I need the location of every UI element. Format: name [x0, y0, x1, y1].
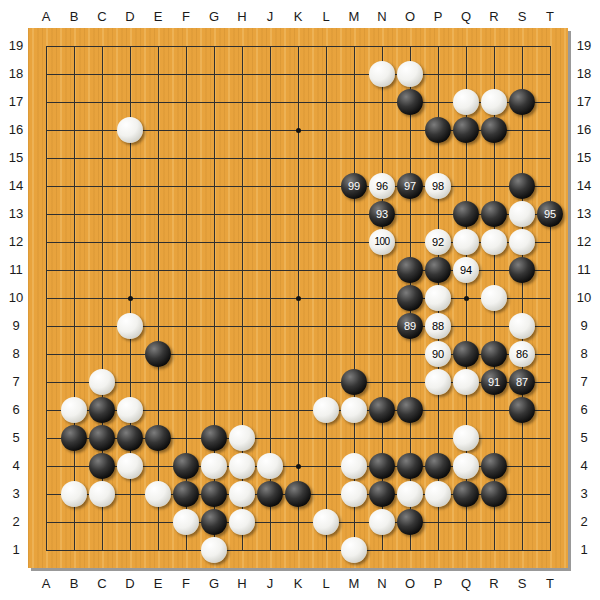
row-label-left-14: 14	[4, 178, 28, 194]
col-label-bottom-M: M	[340, 576, 368, 592]
stone-black-R7: 91	[481, 369, 507, 395]
row-label-right-13: 13	[572, 206, 596, 222]
stone-white-P9: 88	[425, 313, 451, 339]
col-label-bottom-K: K	[284, 576, 312, 592]
col-label-top-C: C	[88, 9, 116, 25]
stone-black-M7	[341, 369, 367, 395]
row-label-left-12: 12	[4, 234, 28, 250]
row-label-left-19: 19	[4, 38, 28, 54]
move-number-label-S7: 87	[516, 377, 528, 388]
row-label-right-11: 11	[572, 262, 596, 278]
col-label-top-N: N	[368, 9, 396, 25]
col-label-bottom-C: C	[88, 576, 116, 592]
stone-white-N2	[369, 509, 395, 535]
stone-white-C7	[89, 369, 115, 395]
stone-black-O2	[397, 509, 423, 535]
move-number-label-N12: 100	[374, 237, 389, 247]
col-label-bottom-G: G	[200, 576, 228, 592]
stone-white-B3	[61, 481, 87, 507]
row-label-left-18: 18	[4, 66, 28, 82]
stone-white-L6	[313, 397, 339, 423]
col-label-top-G: G	[200, 9, 228, 25]
stone-black-O4	[397, 453, 423, 479]
stone-white-G4	[201, 453, 227, 479]
stone-black-Q3	[453, 481, 479, 507]
stone-white-B6	[61, 397, 87, 423]
stone-white-M3	[341, 481, 367, 507]
stone-white-P8: 90	[425, 341, 451, 367]
stone-black-P16	[425, 117, 451, 143]
col-label-top-H: H	[228, 9, 256, 25]
stone-black-G3	[201, 481, 227, 507]
col-label-top-F: F	[172, 9, 200, 25]
grid-line-col-L	[326, 46, 327, 551]
row-label-left-3: 3	[4, 486, 28, 502]
stone-black-O11	[397, 257, 423, 283]
stone-white-D16	[117, 117, 143, 143]
stone-white-Q11: 94	[453, 257, 479, 283]
stone-black-T13: 95	[537, 201, 563, 227]
row-label-left-8: 8	[4, 346, 28, 362]
stone-white-C3	[89, 481, 115, 507]
row-label-left-11: 11	[4, 262, 28, 278]
star-point-K10	[296, 296, 301, 301]
col-label-bottom-Q: Q	[452, 576, 480, 592]
col-label-top-A: A	[32, 9, 60, 25]
stone-black-F4	[173, 453, 199, 479]
row-label-right-1: 1	[572, 542, 596, 558]
move-number-label-O9: 89	[404, 321, 416, 332]
stone-white-H2	[229, 509, 255, 535]
move-number-label-R7: 91	[488, 377, 500, 388]
row-label-right-18: 18	[572, 66, 596, 82]
stone-black-C5	[89, 425, 115, 451]
stone-black-D5	[117, 425, 143, 451]
stone-black-M14: 99	[341, 173, 367, 199]
stone-black-N3	[369, 481, 395, 507]
stone-white-Q5	[453, 425, 479, 451]
row-label-left-17: 17	[4, 94, 28, 110]
row-label-left-16: 16	[4, 122, 28, 138]
stone-white-S12	[509, 229, 535, 255]
stone-white-E3	[145, 481, 171, 507]
move-number-label-T13: 95	[544, 209, 556, 220]
go-diagram: 9996979893951009294898890869187 AABBCCDD…	[0, 0, 600, 600]
stone-white-Q17	[453, 89, 479, 115]
grid-line-col-T	[550, 46, 551, 551]
stone-black-Q8	[453, 341, 479, 367]
star-point-K16	[296, 128, 301, 133]
move-number-label-Q11: 94	[460, 265, 472, 276]
row-label-right-16: 16	[572, 122, 596, 138]
star-point-D10	[128, 296, 133, 301]
grid-line-col-S	[522, 46, 523, 551]
stone-white-Q12	[453, 229, 479, 255]
move-number-label-P8: 90	[432, 349, 444, 360]
stone-black-J3	[257, 481, 283, 507]
stone-black-P4	[425, 453, 451, 479]
go-board[interactable]: 9996979893951009294898890869187	[28, 28, 568, 568]
col-label-top-L: L	[312, 9, 340, 25]
move-number-label-S8: 86	[516, 349, 528, 360]
stone-black-N13: 93	[369, 201, 395, 227]
col-label-top-O: O	[396, 9, 424, 25]
stone-black-G5	[201, 425, 227, 451]
stone-black-G2	[201, 509, 227, 535]
row-label-right-10: 10	[572, 290, 596, 306]
stone-white-P7	[425, 369, 451, 395]
stone-white-D9	[117, 313, 143, 339]
star-point-Q10	[464, 296, 469, 301]
star-point-K4	[296, 464, 301, 469]
grid-line-row-2	[46, 522, 551, 523]
stone-black-C4	[89, 453, 115, 479]
col-label-top-P: P	[424, 9, 452, 25]
move-number-label-O14: 97	[404, 181, 416, 192]
stone-white-S8: 86	[509, 341, 535, 367]
stone-black-E8	[145, 341, 171, 367]
row-label-left-15: 15	[4, 150, 28, 166]
row-label-left-5: 5	[4, 430, 28, 446]
stone-black-N6	[369, 397, 395, 423]
stone-white-P14: 98	[425, 173, 451, 199]
row-label-left-7: 7	[4, 374, 28, 390]
stone-white-J4	[257, 453, 283, 479]
col-label-bottom-S: S	[508, 576, 536, 592]
col-label-bottom-F: F	[172, 576, 200, 592]
row-label-right-17: 17	[572, 94, 596, 110]
row-label-right-4: 4	[572, 458, 596, 474]
stone-white-Q7	[453, 369, 479, 395]
stone-black-S11	[509, 257, 535, 283]
move-number-label-P14: 98	[432, 181, 444, 192]
col-label-bottom-P: P	[424, 576, 452, 592]
col-label-bottom-A: A	[32, 576, 60, 592]
stone-black-N4	[369, 453, 395, 479]
col-label-bottom-J: J	[256, 576, 284, 592]
stone-white-R17	[481, 89, 507, 115]
col-label-bottom-T: T	[536, 576, 564, 592]
row-label-left-2: 2	[4, 514, 28, 530]
col-label-bottom-H: H	[228, 576, 256, 592]
stone-black-O6	[397, 397, 423, 423]
row-label-right-8: 8	[572, 346, 596, 362]
col-label-bottom-B: B	[60, 576, 88, 592]
row-label-right-14: 14	[572, 178, 596, 194]
row-label-left-6: 6	[4, 402, 28, 418]
stone-black-R8	[481, 341, 507, 367]
stone-black-E5	[145, 425, 171, 451]
move-number-label-N14: 96	[376, 181, 388, 192]
col-label-top-R: R	[480, 9, 508, 25]
stone-white-S13	[509, 201, 535, 227]
stone-black-S14	[509, 173, 535, 199]
stone-white-D4	[117, 453, 143, 479]
row-label-right-7: 7	[572, 374, 596, 390]
stone-white-D6	[117, 397, 143, 423]
stone-black-R4	[481, 453, 507, 479]
stone-white-P10	[425, 285, 451, 311]
row-label-left-13: 13	[4, 206, 28, 222]
stone-black-O17	[397, 89, 423, 115]
row-label-left-4: 4	[4, 458, 28, 474]
grid-line-row-1	[46, 550, 551, 551]
row-label-right-2: 2	[572, 514, 596, 530]
col-label-bottom-R: R	[480, 576, 508, 592]
col-label-top-K: K	[284, 9, 312, 25]
col-label-top-E: E	[144, 9, 172, 25]
col-label-bottom-O: O	[396, 576, 424, 592]
stone-black-O14: 97	[397, 173, 423, 199]
stone-black-B5	[61, 425, 87, 451]
stone-black-K3	[285, 481, 311, 507]
stone-black-F3	[173, 481, 199, 507]
col-label-bottom-D: D	[116, 576, 144, 592]
col-label-top-S: S	[508, 9, 536, 25]
stone-white-G1	[201, 537, 227, 563]
col-label-top-M: M	[340, 9, 368, 25]
stone-black-O10	[397, 285, 423, 311]
stone-white-M4	[341, 453, 367, 479]
col-label-top-J: J	[256, 9, 284, 25]
stone-black-R3	[481, 481, 507, 507]
stone-black-C6	[89, 397, 115, 423]
stone-black-S17	[509, 89, 535, 115]
stone-white-P3	[425, 481, 451, 507]
stone-white-O18	[397, 61, 423, 87]
row-label-left-1: 1	[4, 542, 28, 558]
col-label-bottom-E: E	[144, 576, 172, 592]
row-label-right-9: 9	[572, 318, 596, 334]
row-label-right-19: 19	[572, 38, 596, 54]
stone-white-S9	[509, 313, 535, 339]
move-number-label-N13: 93	[376, 209, 388, 220]
stone-white-H5	[229, 425, 255, 451]
stone-white-H4	[229, 453, 255, 479]
row-label-left-9: 9	[4, 318, 28, 334]
stone-white-O3	[397, 481, 423, 507]
stone-white-M6	[341, 397, 367, 423]
col-label-top-Q: Q	[452, 9, 480, 25]
stone-white-F2	[173, 509, 199, 535]
col-label-top-B: B	[60, 9, 88, 25]
col-label-bottom-N: N	[368, 576, 396, 592]
row-label-right-5: 5	[572, 430, 596, 446]
stone-white-N12: 100	[369, 229, 395, 255]
stone-white-R10	[481, 285, 507, 311]
row-label-right-6: 6	[572, 402, 596, 418]
stone-black-O9: 89	[397, 313, 423, 339]
stone-black-Q13	[453, 201, 479, 227]
col-label-top-D: D	[116, 9, 144, 25]
stone-black-R16	[481, 117, 507, 143]
row-label-right-3: 3	[572, 486, 596, 502]
col-label-bottom-L: L	[312, 576, 340, 592]
stone-black-S6	[509, 397, 535, 423]
stone-white-L2	[313, 509, 339, 535]
move-number-label-P12: 92	[432, 237, 444, 248]
row-label-left-10: 10	[4, 290, 28, 306]
row-label-right-15: 15	[572, 150, 596, 166]
stone-white-R12	[481, 229, 507, 255]
col-label-top-T: T	[536, 9, 564, 25]
stone-black-Q16	[453, 117, 479, 143]
stone-black-R13	[481, 201, 507, 227]
stone-white-M1	[341, 537, 367, 563]
stone-white-N18	[369, 61, 395, 87]
stone-white-P12: 92	[425, 229, 451, 255]
row-label-right-12: 12	[572, 234, 596, 250]
stone-black-P11	[425, 257, 451, 283]
stone-black-S7: 87	[509, 369, 535, 395]
move-number-label-M14: 99	[348, 181, 360, 192]
stone-white-H3	[229, 481, 255, 507]
stone-white-N14: 96	[369, 173, 395, 199]
move-number-label-P9: 88	[432, 321, 444, 332]
stone-white-Q4	[453, 453, 479, 479]
